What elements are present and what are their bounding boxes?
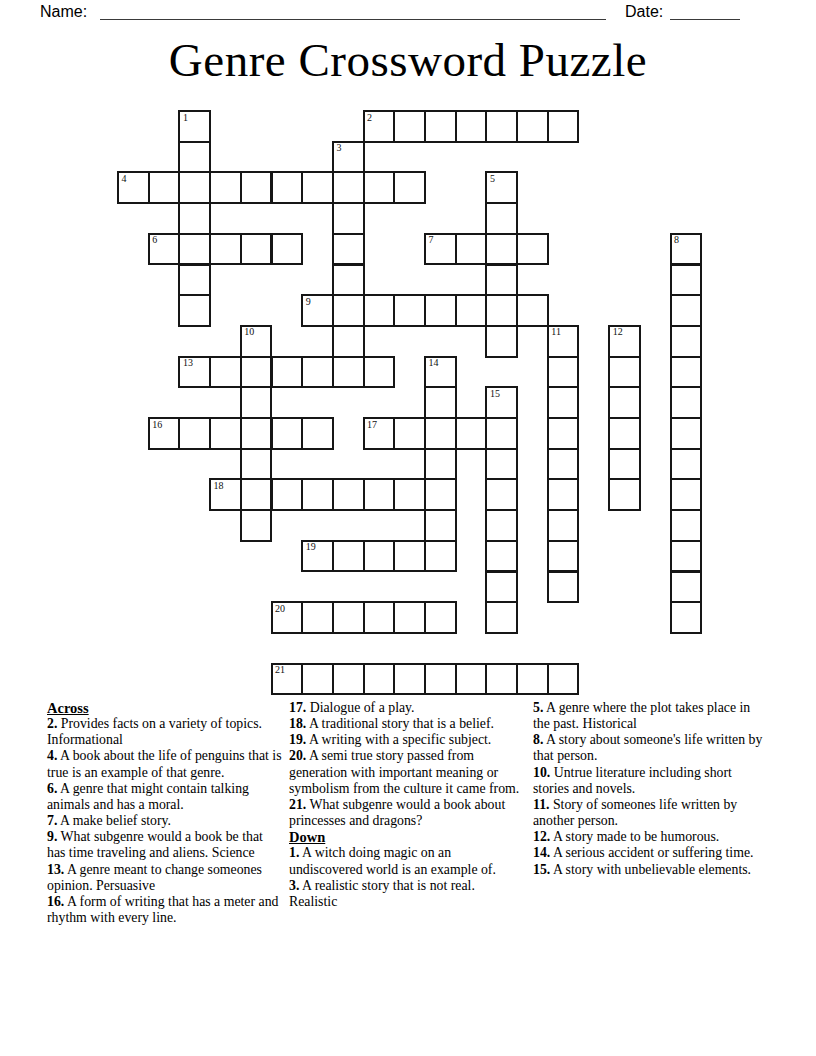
- clue-item: 11. Story of someones life written by an…: [533, 797, 770, 829]
- grid-cell[interactable]: 19: [301, 540, 334, 573]
- grid-cell[interactable]: [516, 663, 549, 696]
- grid-cell[interactable]: [670, 325, 703, 358]
- grid-cell[interactable]: [332, 478, 365, 511]
- clue-item-number: 21.: [289, 797, 306, 812]
- grid-cell[interactable]: [240, 356, 273, 389]
- grid-cell[interactable]: [485, 294, 518, 327]
- clue-list-heading: Down: [289, 829, 526, 845]
- clue-number: 5: [490, 174, 495, 184]
- grid-cell[interactable]: [301, 356, 334, 389]
- grid-cell[interactable]: 13: [178, 356, 211, 389]
- grid-cell[interactable]: [547, 571, 580, 604]
- grid-cell[interactable]: [485, 571, 518, 604]
- clue-item: 15. A story with unbelievable elements.: [533, 862, 770, 878]
- grid-cell[interactable]: [670, 540, 703, 573]
- clue-item: 19. A writing with a specific subject.: [289, 732, 526, 748]
- grid-cell[interactable]: [547, 663, 580, 696]
- grid-cell[interactable]: 18: [209, 478, 242, 511]
- clue-number: 9: [306, 297, 311, 307]
- clue-item: 18. A traditional story that is a belief…: [289, 716, 526, 732]
- grid-cell[interactable]: [455, 663, 488, 696]
- grid-cell[interactable]: [271, 233, 304, 266]
- grid-cell[interactable]: [332, 601, 365, 634]
- clue-item: 10. Untrue literature including short st…: [533, 765, 770, 797]
- grid-cell[interactable]: [332, 356, 365, 389]
- clue-item: 14. A serious accident or suffering time…: [533, 845, 770, 861]
- grid-cell[interactable]: [363, 356, 396, 389]
- name-fill-in-line[interactable]: [100, 3, 606, 20]
- grid-cell[interactable]: [240, 233, 273, 266]
- clue-item: 20. A semi true story passed from genera…: [289, 748, 526, 796]
- clue-item: 17. Dialogue of a play.: [289, 700, 526, 716]
- clue-item: 8. A story about someone's life written …: [533, 732, 770, 764]
- name-label: Name:: [40, 3, 87, 21]
- clue-item-number: 14.: [533, 845, 550, 860]
- grid-cell[interactable]: 16: [148, 417, 181, 450]
- grid-cell[interactable]: [332, 233, 365, 266]
- grid-cell[interactable]: [670, 448, 703, 481]
- grid-cell[interactable]: [516, 294, 549, 327]
- grid-cell[interactable]: [424, 601, 457, 634]
- clue-number: 12: [613, 327, 623, 337]
- clue-item: 7. A make belief story.: [47, 813, 284, 829]
- grid-cell[interactable]: [271, 417, 304, 450]
- grid-cell[interactable]: [670, 264, 703, 297]
- grid-cell[interactable]: [363, 663, 396, 696]
- grid-cell[interactable]: 17: [363, 417, 396, 450]
- clue-item: 2. Provides facts on a variety of topics…: [47, 716, 284, 748]
- grid-cell[interactable]: [424, 110, 457, 143]
- grid-cell[interactable]: [240, 478, 273, 511]
- grid-cell[interactable]: [455, 294, 488, 327]
- grid-cell[interactable]: [240, 171, 273, 204]
- grid-cell[interactable]: [424, 540, 457, 573]
- grid-cell[interactable]: [547, 509, 580, 542]
- crossword-grid: 123456789101112131415161718192021: [117, 110, 703, 696]
- grid-cell[interactable]: 10: [240, 325, 273, 358]
- grid-cell[interactable]: [301, 601, 334, 634]
- grid-cell[interactable]: [485, 478, 518, 511]
- grid-cell[interactable]: [485, 264, 518, 297]
- clue-number: 2: [367, 113, 372, 123]
- grid-cell[interactable]: [485, 202, 518, 235]
- clue-item: 21. What subgenre would a book about pri…: [289, 797, 526, 829]
- clue-item-number: 18.: [289, 716, 306, 731]
- grid-cell[interactable]: [547, 448, 580, 481]
- grid-cell[interactable]: [485, 233, 518, 266]
- grid-cell[interactable]: [178, 202, 211, 235]
- grid-cell[interactable]: [516, 233, 549, 266]
- grid-cell[interactable]: [485, 663, 518, 696]
- clue-number: 15: [490, 389, 500, 399]
- grid-cell[interactable]: [178, 264, 211, 297]
- grid-cell[interactable]: [178, 417, 211, 450]
- grid-cell[interactable]: [332, 264, 365, 297]
- grid-cell[interactable]: [485, 325, 518, 358]
- grid-cell[interactable]: 4: [117, 171, 150, 204]
- clue-item-number: 5.: [533, 700, 543, 715]
- grid-cell[interactable]: [424, 663, 457, 696]
- clue-item: 9. What subgenre would a book be that ha…: [47, 829, 284, 861]
- grid-cell[interactable]: [424, 478, 457, 511]
- clue-item-number: 16.: [47, 894, 64, 909]
- grid-cell[interactable]: 9: [301, 294, 334, 327]
- grid-cell[interactable]: [670, 509, 703, 542]
- grid-cell[interactable]: [670, 571, 703, 604]
- clue-number: 18: [214, 481, 224, 491]
- grid-cell[interactable]: [393, 663, 426, 696]
- grid-cell[interactable]: [363, 478, 396, 511]
- clue-column: 17. Dialogue of a play.18. A traditional…: [289, 700, 526, 910]
- clue-item: 1. A witch doing magic on an undiscovere…: [289, 845, 526, 877]
- grid-cell[interactable]: [455, 417, 488, 450]
- grid-cell[interactable]: [209, 417, 242, 450]
- grid-cell[interactable]: [209, 171, 242, 204]
- grid-cell[interactable]: [608, 386, 641, 419]
- grid-cell[interactable]: 12: [608, 325, 641, 358]
- grid-cell[interactable]: [455, 233, 488, 266]
- clue-number: 7: [429, 235, 434, 245]
- clue-item-number: 15.: [533, 862, 550, 877]
- clue-item-number: 12.: [533, 829, 550, 844]
- grid-cell[interactable]: [178, 141, 211, 174]
- grid-cell[interactable]: 8: [670, 233, 703, 266]
- clue-item-number: 10.: [533, 765, 550, 780]
- clue-number: 16: [152, 420, 162, 430]
- grid-cell[interactable]: 2: [363, 110, 396, 143]
- page-title: Genre Crossword Puzzle: [0, 33, 816, 87]
- grid-cell[interactable]: [485, 417, 518, 450]
- grid-cell[interactable]: [516, 110, 549, 143]
- grid-cell[interactable]: 14: [424, 356, 457, 389]
- grid-cell[interactable]: [332, 294, 365, 327]
- grid-cell[interactable]: [332, 663, 365, 696]
- grid-cell[interactable]: 3: [332, 141, 365, 174]
- grid-cell[interactable]: [148, 171, 181, 204]
- grid-cell[interactable]: [301, 171, 334, 204]
- grid-cell[interactable]: [393, 110, 426, 143]
- clue-item-number: 9.: [47, 829, 57, 844]
- grid-cell[interactable]: [363, 540, 396, 573]
- grid-cell[interactable]: [363, 171, 396, 204]
- grid-cell[interactable]: [301, 417, 334, 450]
- grid-cell[interactable]: [393, 478, 426, 511]
- grid-cell[interactable]: [393, 417, 426, 450]
- grid-cell[interactable]: [393, 540, 426, 573]
- grid-cell[interactable]: [424, 294, 457, 327]
- grid-cell[interactable]: [301, 478, 334, 511]
- grid-cell[interactable]: [240, 417, 273, 450]
- grid-cell[interactable]: 7: [424, 233, 457, 266]
- grid-cell[interactable]: [363, 294, 396, 327]
- grid-cell[interactable]: [485, 601, 518, 634]
- grid-cell[interactable]: [332, 171, 365, 204]
- grid-cell[interactable]: [178, 294, 211, 327]
- clue-item: 5. A genre where the plot takes place in…: [533, 700, 770, 732]
- clue-item-number: 7.: [47, 813, 57, 828]
- grid-cell[interactable]: [670, 478, 703, 511]
- clue-number: 6: [152, 235, 157, 245]
- clue-item-number: 1.: [289, 845, 299, 860]
- grid-cell[interactable]: [332, 540, 365, 573]
- grid-cell[interactable]: 15: [485, 386, 518, 419]
- grid-cell[interactable]: [485, 448, 518, 481]
- grid-cell[interactable]: [240, 386, 273, 419]
- grid-cell[interactable]: [608, 478, 641, 511]
- grid-cell[interactable]: [547, 417, 580, 450]
- grid-cell[interactable]: [178, 233, 211, 266]
- grid-cell[interactable]: [393, 294, 426, 327]
- grid-cell[interactable]: [485, 110, 518, 143]
- clue-list-heading: Across: [47, 700, 284, 716]
- grid-cell[interactable]: [332, 325, 365, 358]
- date-label: Date:: [625, 3, 663, 21]
- grid-cell[interactable]: [485, 509, 518, 542]
- grid-cell[interactable]: [240, 509, 273, 542]
- grid-cell[interactable]: 5: [485, 171, 518, 204]
- grid-cell[interactable]: 1: [178, 110, 211, 143]
- grid-cell[interactable]: [178, 171, 211, 204]
- grid-cell[interactable]: [670, 356, 703, 389]
- grid-cell[interactable]: 6: [148, 233, 181, 266]
- grid-cell[interactable]: 21: [271, 663, 304, 696]
- clue-item: 13. A genre meant to change someones opi…: [47, 862, 284, 894]
- grid-cell[interactable]: [393, 601, 426, 634]
- grid-cell[interactable]: [670, 417, 703, 450]
- clue-number: 11: [551, 327, 561, 337]
- clue-column: Across2. Provides facts on a variety of …: [47, 700, 284, 926]
- clue-number: 3: [336, 143, 341, 153]
- grid-cell[interactable]: [608, 448, 641, 481]
- clue-number: 1: [183, 113, 188, 123]
- clue-number: 4: [122, 174, 127, 184]
- grid-cell[interactable]: 20: [271, 601, 304, 634]
- clue-item-number: 19.: [289, 732, 306, 747]
- date-fill-in-line[interactable]: [670, 3, 740, 20]
- grid-cell[interactable]: [547, 386, 580, 419]
- clue-number: 21: [275, 665, 285, 675]
- grid-cell[interactable]: [271, 171, 304, 204]
- grid-cell[interactable]: [424, 417, 457, 450]
- clue-item: 12. A story made to be humorous.: [533, 829, 770, 845]
- grid-cell[interactable]: [608, 356, 641, 389]
- clue-item: 3. A realistic story that is not real. R…: [289, 878, 526, 910]
- grid-cell[interactable]: [547, 540, 580, 573]
- clue-number: 13: [183, 358, 193, 368]
- clue-number: 10: [244, 327, 254, 337]
- grid-cell[interactable]: [424, 509, 457, 542]
- grid-cell[interactable]: [301, 663, 334, 696]
- clue-item-number: 20.: [289, 748, 306, 763]
- clue-item-number: 3.: [289, 878, 299, 893]
- grid-cell[interactable]: [608, 417, 641, 450]
- grid-cell[interactable]: [271, 356, 304, 389]
- grid-cell[interactable]: [332, 202, 365, 235]
- grid-cell[interactable]: [424, 448, 457, 481]
- grid-cell[interactable]: [209, 356, 242, 389]
- clue-item: 6. A genre that might contain talking an…: [47, 781, 284, 813]
- clue-column: 5. A genre where the plot takes place in…: [533, 700, 770, 878]
- grid-cell[interactable]: [547, 478, 580, 511]
- grid-cell[interactable]: [424, 386, 457, 419]
- grid-cell[interactable]: [393, 171, 426, 204]
- clue-item: 4. A book about the life of penguins tha…: [47, 748, 284, 780]
- clue-item-number: 17.: [289, 700, 306, 715]
- clue-number: 20: [275, 604, 285, 614]
- clue-number: 17: [367, 420, 377, 430]
- clue-number: 8: [674, 235, 679, 245]
- grid-cell[interactable]: [455, 110, 488, 143]
- grid-cell[interactable]: [485, 540, 518, 573]
- grid-cell[interactable]: [363, 601, 396, 634]
- clue-item-number: 8.: [533, 732, 543, 747]
- clue-item: 16. A form of writing that has a meter a…: [47, 894, 284, 926]
- grid-cell[interactable]: [547, 110, 580, 143]
- clue-item-number: 4.: [47, 748, 57, 763]
- clue-number: 14: [429, 358, 439, 368]
- clue-number: 19: [306, 542, 316, 552]
- grid-cell[interactable]: [670, 294, 703, 327]
- clue-item-number: 2.: [47, 716, 57, 731]
- grid-cell[interactable]: 11: [547, 325, 580, 358]
- grid-cell[interactable]: [670, 601, 703, 634]
- grid-cell[interactable]: [547, 356, 580, 389]
- grid-cell[interactable]: [209, 233, 242, 266]
- grid-cell[interactable]: [670, 386, 703, 419]
- clue-item-number: 11.: [533, 797, 550, 812]
- grid-cell[interactable]: [271, 478, 304, 511]
- grid-cell[interactable]: [240, 448, 273, 481]
- clue-item-number: 6.: [47, 781, 57, 796]
- clue-item-number: 13.: [47, 862, 64, 877]
